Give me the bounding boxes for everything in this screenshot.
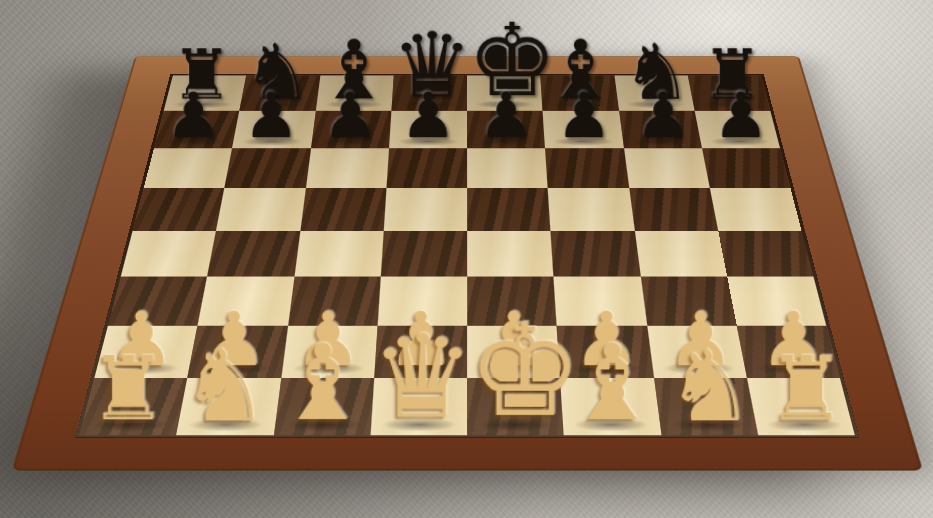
square-g6[interactable]: [623, 148, 709, 188]
square-d4[interactable]: [380, 231, 467, 277]
square-a4[interactable]: [120, 231, 215, 277]
square-f5[interactable]: [547, 188, 633, 231]
square-e4[interactable]: [467, 231, 554, 277]
square-e6[interactable]: [467, 148, 548, 188]
square-a6[interactable]: [143, 148, 232, 188]
square-b6[interactable]: [224, 148, 310, 188]
square-b4[interactable]: [207, 231, 300, 277]
black-pawn-a7[interactable]: ♟: [154, 86, 232, 146]
photo-background: ♜♞♝♛♚♝♞♜♟♟♟♟♟♟♟♟♟♟♟♟♟♟♟♟♜♞♝♛♚♝♞♜: [0, 0, 933, 518]
square-c6[interactable]: [305, 148, 388, 188]
black-pawn-b7[interactable]: ♟: [232, 86, 310, 146]
square-c1[interactable]: ♝: [273, 378, 374, 435]
black-pawn-h7[interactable]: ♟: [701, 86, 779, 146]
white-bishop-c1[interactable]: ♝: [273, 333, 370, 432]
white-knight-b1[interactable]: ♞: [176, 338, 273, 432]
black-pawn-g7[interactable]: ♟: [623, 86, 701, 146]
square-h4[interactable]: [717, 231, 812, 277]
white-rook-h1[interactable]: ♜: [757, 348, 854, 432]
square-d5[interactable]: [383, 188, 467, 231]
white-knight-g1[interactable]: ♞: [660, 338, 757, 432]
square-a7[interactable]: ♟: [154, 111, 240, 148]
square-f6[interactable]: [545, 148, 628, 188]
black-pawn-e7[interactable]: ♟: [467, 86, 545, 146]
square-d1[interactable]: ♛: [370, 378, 467, 435]
black-pawn-d7[interactable]: ♟: [388, 86, 466, 146]
square-b5[interactable]: [216, 188, 305, 231]
square-b7[interactable]: ♟: [232, 111, 315, 148]
white-queen-d1[interactable]: ♛: [370, 323, 467, 432]
square-e7[interactable]: ♟: [467, 111, 545, 148]
square-g5[interactable]: [628, 188, 717, 231]
square-d6[interactable]: [386, 148, 467, 188]
square-c4[interactable]: [293, 231, 383, 277]
square-h5[interactable]: [709, 188, 801, 231]
white-king-e1[interactable]: ♚: [467, 310, 564, 432]
square-a1[interactable]: ♜: [79, 378, 187, 435]
square-h6[interactable]: [701, 148, 790, 188]
square-g7[interactable]: ♟: [618, 111, 701, 148]
board-frame: ♜♞♝♛♚♝♞♜♟♟♟♟♟♟♟♟♟♟♟♟♟♟♟♟♜♞♝♛♚♝♞♜: [11, 56, 923, 471]
square-e1[interactable]: ♚: [467, 378, 564, 435]
square-h7[interactable]: ♟: [694, 111, 780, 148]
white-rook-a1[interactable]: ♜: [79, 348, 176, 432]
square-g4[interactable]: [634, 231, 727, 277]
black-pawn-c7[interactable]: ♟: [310, 86, 388, 146]
chess-board: ♜♞♝♛♚♝♞♜♟♟♟♟♟♟♟♟♟♟♟♟♟♟♟♟♜♞♝♛♚♝♞♜: [74, 74, 859, 437]
square-f4[interactable]: [550, 231, 640, 277]
square-b1[interactable]: ♞: [176, 378, 280, 435]
square-g1[interactable]: ♞: [653, 378, 757, 435]
square-c5[interactable]: [299, 188, 385, 231]
scene-perspective: ♜♞♝♛♚♝♞♜♟♟♟♟♟♟♟♟♟♟♟♟♟♟♟♟♜♞♝♛♚♝♞♜: [0, 0, 933, 518]
square-f7[interactable]: ♟: [542, 111, 623, 148]
square-d7[interactable]: ♟: [388, 111, 466, 148]
black-pawn-f7[interactable]: ♟: [545, 86, 623, 146]
square-c7[interactable]: ♟: [310, 111, 391, 148]
square-h1[interactable]: ♜: [746, 378, 854, 435]
square-a5[interactable]: [132, 188, 224, 231]
square-e5[interactable]: [467, 188, 551, 231]
